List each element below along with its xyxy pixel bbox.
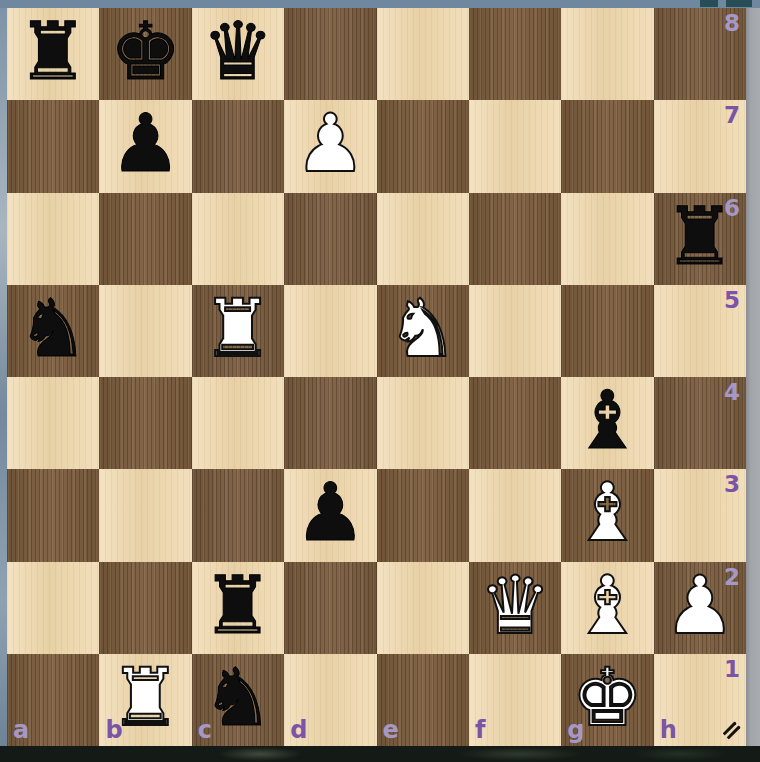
square-e8[interactable] xyxy=(377,8,469,100)
square-a4[interactable] xyxy=(7,377,99,469)
rank-label-7: 7 xyxy=(724,102,740,128)
file-label-a: a xyxy=(13,716,29,744)
square-a1[interactable]: a xyxy=(7,654,99,746)
square-g3[interactable]: ♝ xyxy=(561,469,653,561)
square-b5[interactable] xyxy=(99,285,191,377)
square-c4[interactable] xyxy=(192,377,284,469)
square-a8[interactable]: ♜ xyxy=(7,8,99,100)
background-left-strip xyxy=(0,8,7,746)
square-h5[interactable]: 5 xyxy=(654,285,746,377)
piece-white-bishop-g2[interactable]: ♝ xyxy=(572,566,644,646)
piece-black-bishop-g4[interactable]: ♝ xyxy=(572,381,644,461)
square-e4[interactable] xyxy=(377,377,469,469)
square-f8[interactable] xyxy=(469,8,561,100)
square-e7[interactable] xyxy=(377,100,469,192)
square-f4[interactable] xyxy=(469,377,561,469)
square-d5[interactable] xyxy=(284,285,376,377)
square-a3[interactable] xyxy=(7,469,99,561)
square-h3[interactable]: 3 xyxy=(654,469,746,561)
rank-label-4: 4 xyxy=(724,379,740,405)
square-d2[interactable] xyxy=(284,562,376,654)
square-a6[interactable] xyxy=(7,193,99,285)
square-d4[interactable] xyxy=(284,377,376,469)
square-d6[interactable] xyxy=(284,193,376,285)
square-h4[interactable]: 4 xyxy=(654,377,746,469)
piece-white-queen-f2[interactable]: ♛ xyxy=(479,566,551,646)
square-e5[interactable]: ♞ xyxy=(377,285,469,377)
square-c7[interactable] xyxy=(192,100,284,192)
square-g1[interactable]: g♚ xyxy=(561,654,653,746)
square-g5[interactable] xyxy=(561,285,653,377)
square-b7[interactable]: ♟ xyxy=(99,100,191,192)
square-a5[interactable]: ♞ xyxy=(7,285,99,377)
square-b4[interactable] xyxy=(99,377,191,469)
square-a7[interactable] xyxy=(7,100,99,192)
square-b8[interactable]: ♚ xyxy=(99,8,191,100)
file-label-d: d xyxy=(290,716,307,744)
file-label-e: e xyxy=(383,716,399,744)
file-label-f: f xyxy=(475,716,485,744)
square-h8[interactable]: 8 xyxy=(654,8,746,100)
rank-label-1: 1 xyxy=(724,656,740,682)
rank-label-8: 8 xyxy=(724,10,740,36)
square-b6[interactable] xyxy=(99,193,191,285)
square-f3[interactable] xyxy=(469,469,561,561)
rank-label-5: 5 xyxy=(724,287,740,313)
piece-black-rook-c2[interactable]: ♜ xyxy=(202,566,274,646)
square-c5[interactable]: ♜ xyxy=(192,285,284,377)
background-window-fragment xyxy=(700,0,718,7)
square-b3[interactable] xyxy=(99,469,191,561)
piece-white-rook-b1[interactable]: ♜ xyxy=(110,658,182,738)
square-f7[interactable] xyxy=(469,100,561,192)
square-g6[interactable] xyxy=(561,193,653,285)
square-d1[interactable]: d xyxy=(284,654,376,746)
piece-black-rook-h6[interactable]: ♜ xyxy=(664,197,736,277)
background-bottom-strip xyxy=(0,746,760,762)
piece-white-rook-c5[interactable]: ♜ xyxy=(202,289,274,369)
square-d8[interactable] xyxy=(284,8,376,100)
piece-black-rook-a8[interactable]: ♜ xyxy=(17,12,89,92)
square-b1[interactable]: b♜ xyxy=(99,654,191,746)
square-f6[interactable] xyxy=(469,193,561,285)
square-e2[interactable] xyxy=(377,562,469,654)
piece-white-pawn-h2[interactable]: ♟ xyxy=(664,566,736,646)
square-f1[interactable]: f xyxy=(469,654,561,746)
piece-black-king-b8[interactable]: ♚ xyxy=(110,12,182,92)
piece-black-pawn-b7[interactable]: ♟ xyxy=(110,104,182,184)
square-h1[interactable]: 1h xyxy=(654,654,746,746)
square-h7[interactable]: 7 xyxy=(654,100,746,192)
piece-black-pawn-d3[interactable]: ♟ xyxy=(294,473,366,553)
square-a2[interactable] xyxy=(7,562,99,654)
chess-board: ♜♚♛8♟♟76♜♞♜♞5♝4♟♝3♜♛♝2♟ab♜c♞defg♚1h xyxy=(7,8,746,746)
square-e1[interactable]: e xyxy=(377,654,469,746)
square-f2[interactable]: ♛ xyxy=(469,562,561,654)
square-e3[interactable] xyxy=(377,469,469,561)
piece-white-knight-e5[interactable]: ♞ xyxy=(387,289,459,369)
board-resize-handle-icon[interactable] xyxy=(718,717,742,741)
square-b2[interactable] xyxy=(99,562,191,654)
square-c6[interactable] xyxy=(192,193,284,285)
rank-label-3: 3 xyxy=(724,471,740,497)
square-c3[interactable] xyxy=(192,469,284,561)
square-c1[interactable]: c♞ xyxy=(192,654,284,746)
square-g2[interactable]: ♝ xyxy=(561,562,653,654)
square-e6[interactable] xyxy=(377,193,469,285)
square-f5[interactable] xyxy=(469,285,561,377)
piece-black-queen-c8[interactable]: ♛ xyxy=(202,12,274,92)
background-window-fragment xyxy=(726,0,752,7)
square-d3[interactable]: ♟ xyxy=(284,469,376,561)
file-label-h: h xyxy=(660,716,677,744)
square-d7[interactable]: ♟ xyxy=(284,100,376,192)
square-c2[interactable]: ♜ xyxy=(192,562,284,654)
square-g7[interactable] xyxy=(561,100,653,192)
scrollbar-track[interactable] xyxy=(746,8,760,746)
desktop-background: ♜♚♛8♟♟76♜♞♜♞5♝4♟♝3♜♛♝2♟ab♜c♞defg♚1h xyxy=(0,0,760,762)
piece-black-knight-a5[interactable]: ♞ xyxy=(17,289,89,369)
square-h6[interactable]: 6♜ xyxy=(654,193,746,285)
square-g8[interactable] xyxy=(561,8,653,100)
square-c8[interactable]: ♛ xyxy=(192,8,284,100)
square-g4[interactable]: ♝ xyxy=(561,377,653,469)
piece-white-pawn-d7[interactable]: ♟ xyxy=(294,104,366,184)
piece-black-knight-c1[interactable]: ♞ xyxy=(202,658,274,738)
piece-white-bishop-g3[interactable]: ♝ xyxy=(572,473,644,553)
square-h2[interactable]: 2♟ xyxy=(654,562,746,654)
piece-white-king-g1[interactable]: ♚ xyxy=(572,658,644,738)
